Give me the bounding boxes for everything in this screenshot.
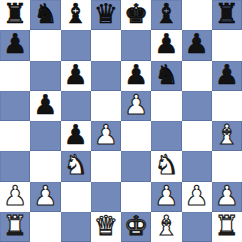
square-e1[interactable]: ♚ xyxy=(121,212,151,242)
square-e2[interactable] xyxy=(121,182,151,212)
square-c7[interactable] xyxy=(61,30,91,60)
square-f6[interactable]: ♞ xyxy=(151,61,181,91)
square-c1[interactable] xyxy=(61,212,91,242)
white-knight[interactable]: ♞ xyxy=(154,151,178,180)
black-bishop[interactable]: ♝ xyxy=(154,0,178,29)
square-d2[interactable] xyxy=(91,182,121,212)
black-bishop[interactable]: ♝ xyxy=(64,0,88,29)
black-pawn[interactable]: ♟ xyxy=(185,30,209,59)
square-c3[interactable]: ♞ xyxy=(61,151,91,181)
square-b5[interactable]: ♟ xyxy=(30,91,60,121)
black-queen[interactable]: ♛ xyxy=(94,0,118,29)
square-f4[interactable] xyxy=(151,121,181,151)
square-c4[interactable]: ♟ xyxy=(61,121,91,151)
square-h4[interactable]: ♝ xyxy=(212,121,242,151)
white-bishop[interactable]: ♝ xyxy=(154,212,178,241)
square-e3[interactable] xyxy=(121,151,151,181)
white-pawn[interactable]: ♟ xyxy=(33,182,57,211)
black-rook[interactable]: ♜ xyxy=(3,0,27,29)
square-f1[interactable]: ♝ xyxy=(151,212,181,242)
white-bishop[interactable]: ♝ xyxy=(215,121,239,150)
square-a5[interactable] xyxy=(0,91,30,121)
square-a3[interactable] xyxy=(0,151,30,181)
square-h6[interactable]: ♟ xyxy=(212,61,242,91)
square-d3[interactable] xyxy=(91,151,121,181)
square-b7[interactable] xyxy=(30,30,60,60)
black-knight[interactable]: ♞ xyxy=(154,61,178,90)
square-b3[interactable] xyxy=(30,151,60,181)
square-b4[interactable] xyxy=(30,121,60,151)
square-f3[interactable]: ♞ xyxy=(151,151,181,181)
square-e4[interactable] xyxy=(121,121,151,151)
square-h1[interactable]: ♜ xyxy=(212,212,242,242)
square-h5[interactable] xyxy=(212,91,242,121)
square-f8[interactable]: ♝ xyxy=(151,0,181,30)
square-h2[interactable]: ♟ xyxy=(212,182,242,212)
white-pawn[interactable]: ♟ xyxy=(124,91,148,120)
square-b8[interactable]: ♞ xyxy=(30,0,60,30)
square-h3[interactable] xyxy=(212,151,242,181)
square-b1[interactable] xyxy=(30,212,60,242)
square-b2[interactable]: ♟ xyxy=(30,182,60,212)
square-e6[interactable]: ♟ xyxy=(121,61,151,91)
square-a1[interactable]: ♜ xyxy=(0,212,30,242)
white-pawn[interactable]: ♟ xyxy=(185,182,209,211)
square-c8[interactable]: ♝ xyxy=(61,0,91,30)
square-d4[interactable]: ♟ xyxy=(91,121,121,151)
square-a8[interactable]: ♜ xyxy=(0,0,30,30)
white-rook[interactable]: ♜ xyxy=(215,212,239,241)
square-f5[interactable] xyxy=(151,91,181,121)
square-d6[interactable] xyxy=(91,61,121,91)
white-rook[interactable]: ♜ xyxy=(3,212,27,241)
square-a4[interactable] xyxy=(0,121,30,151)
square-g3[interactable] xyxy=(182,151,212,181)
square-a6[interactable] xyxy=(0,61,30,91)
black-rook[interactable]: ♜ xyxy=(215,0,239,29)
square-g6[interactable] xyxy=(182,61,212,91)
square-b6[interactable] xyxy=(30,61,60,91)
black-pawn[interactable]: ♟ xyxy=(64,121,88,150)
square-a7[interactable]: ♟ xyxy=(0,30,30,60)
square-d1[interactable]: ♛ xyxy=(91,212,121,242)
square-h8[interactable]: ♜ xyxy=(212,0,242,30)
square-g2[interactable]: ♟ xyxy=(182,182,212,212)
white-queen[interactable]: ♛ xyxy=(94,212,118,241)
black-knight[interactable]: ♞ xyxy=(33,0,57,29)
square-e8[interactable]: ♚ xyxy=(121,0,151,30)
square-f7[interactable]: ♟ xyxy=(151,30,181,60)
chess-board: ♜♞♝♛♚♝♜♟♟♟♟♟♞♟♟♟♟♟♝♞♞♟♟♟♟♟♜♛♚♝♜ xyxy=(0,0,242,242)
square-h7[interactable] xyxy=(212,30,242,60)
white-pawn[interactable]: ♟ xyxy=(154,182,178,211)
black-king[interactable]: ♚ xyxy=(124,0,148,29)
square-e5[interactable]: ♟ xyxy=(121,91,151,121)
white-knight[interactable]: ♞ xyxy=(64,151,88,180)
square-f2[interactable]: ♟ xyxy=(151,182,181,212)
black-pawn[interactable]: ♟ xyxy=(64,61,88,90)
square-d7[interactable] xyxy=(91,30,121,60)
white-king[interactable]: ♚ xyxy=(124,212,148,241)
square-g5[interactable] xyxy=(182,91,212,121)
black-pawn[interactable]: ♟ xyxy=(154,30,178,59)
square-g4[interactable] xyxy=(182,121,212,151)
square-e7[interactable] xyxy=(121,30,151,60)
white-pawn[interactable]: ♟ xyxy=(94,121,118,150)
square-g8[interactable] xyxy=(182,0,212,30)
square-d5[interactable] xyxy=(91,91,121,121)
white-pawn[interactable]: ♟ xyxy=(3,182,27,211)
black-pawn[interactable]: ♟ xyxy=(33,91,57,120)
black-pawn[interactable]: ♟ xyxy=(3,30,27,59)
square-a2[interactable]: ♟ xyxy=(0,182,30,212)
square-d8[interactable]: ♛ xyxy=(91,0,121,30)
black-pawn[interactable]: ♟ xyxy=(124,61,148,90)
square-g1[interactable] xyxy=(182,212,212,242)
white-pawn[interactable]: ♟ xyxy=(215,182,239,211)
square-g7[interactable]: ♟ xyxy=(182,30,212,60)
square-c5[interactable] xyxy=(61,91,91,121)
square-c2[interactable] xyxy=(61,182,91,212)
square-c6[interactable]: ♟ xyxy=(61,61,91,91)
black-pawn[interactable]: ♟ xyxy=(215,61,239,90)
